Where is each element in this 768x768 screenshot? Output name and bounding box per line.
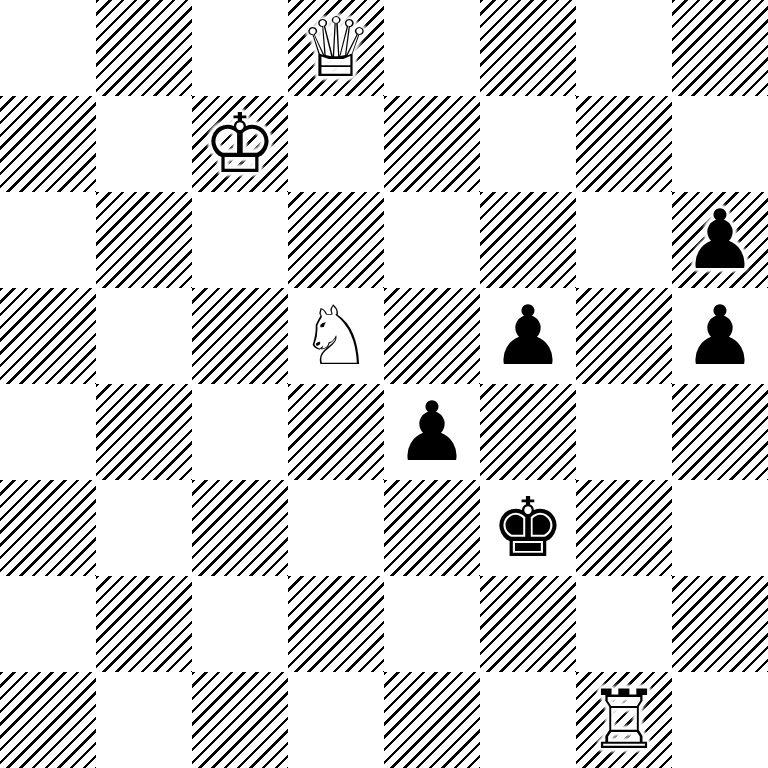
- white-knight-d5[interactable]: ♘: [299, 295, 373, 377]
- square-e4[interactable]: ♟: [384, 384, 480, 480]
- square-g2[interactable]: [576, 576, 672, 672]
- square-c3[interactable]: [192, 480, 288, 576]
- black-pawn-f5[interactable]: ♟: [491, 295, 565, 377]
- square-b8[interactable]: [96, 0, 192, 96]
- square-g1[interactable]: ♖: [576, 672, 672, 768]
- square-h1[interactable]: [672, 672, 768, 768]
- square-h5[interactable]: ♟: [672, 288, 768, 384]
- square-f7[interactable]: [480, 96, 576, 192]
- square-a1[interactable]: [0, 672, 96, 768]
- square-g7[interactable]: [576, 96, 672, 192]
- square-f8[interactable]: [480, 0, 576, 96]
- white-rook-g1[interactable]: ♖: [587, 679, 661, 761]
- square-e8[interactable]: [384, 0, 480, 96]
- square-f6[interactable]: [480, 192, 576, 288]
- square-h4[interactable]: [672, 384, 768, 480]
- black-king-f3[interactable]: ♚: [491, 487, 565, 569]
- square-c2[interactable]: [192, 576, 288, 672]
- square-f1[interactable]: [480, 672, 576, 768]
- square-h7[interactable]: [672, 96, 768, 192]
- square-f4[interactable]: [480, 384, 576, 480]
- square-h3[interactable]: [672, 480, 768, 576]
- square-f2[interactable]: [480, 576, 576, 672]
- black-pawn-e4[interactable]: ♟: [395, 391, 469, 473]
- square-a8[interactable]: [0, 0, 96, 96]
- square-e1[interactable]: [384, 672, 480, 768]
- square-b4[interactable]: [96, 384, 192, 480]
- square-a5[interactable]: [0, 288, 96, 384]
- square-a7[interactable]: [0, 96, 96, 192]
- square-b5[interactable]: [96, 288, 192, 384]
- black-pawn-h5[interactable]: ♟: [683, 295, 757, 377]
- square-d6[interactable]: [288, 192, 384, 288]
- square-d2[interactable]: [288, 576, 384, 672]
- square-e6[interactable]: [384, 192, 480, 288]
- square-d3[interactable]: [288, 480, 384, 576]
- square-d4[interactable]: [288, 384, 384, 480]
- square-e7[interactable]: [384, 96, 480, 192]
- square-e5[interactable]: [384, 288, 480, 384]
- square-g4[interactable]: [576, 384, 672, 480]
- square-g3[interactable]: [576, 480, 672, 576]
- square-a6[interactable]: [0, 192, 96, 288]
- square-c7[interactable]: ♔: [192, 96, 288, 192]
- square-b7[interactable]: [96, 96, 192, 192]
- square-d8[interactable]: ♕: [288, 0, 384, 96]
- square-b3[interactable]: [96, 480, 192, 576]
- square-a4[interactable]: [0, 384, 96, 480]
- square-b1[interactable]: [96, 672, 192, 768]
- square-h8[interactable]: [672, 0, 768, 96]
- square-c6[interactable]: [192, 192, 288, 288]
- square-g5[interactable]: [576, 288, 672, 384]
- square-a3[interactable]: [0, 480, 96, 576]
- square-d7[interactable]: [288, 96, 384, 192]
- square-c8[interactable]: [192, 0, 288, 96]
- square-g6[interactable]: [576, 192, 672, 288]
- white-king-c7[interactable]: ♔: [203, 103, 277, 185]
- square-h2[interactable]: [672, 576, 768, 672]
- square-d5[interactable]: ♘: [288, 288, 384, 384]
- square-a2[interactable]: [0, 576, 96, 672]
- square-d1[interactable]: [288, 672, 384, 768]
- chess-board: ♕♔♟♘♟♟♟♚♖: [0, 0, 768, 768]
- black-pawn-h6[interactable]: ♟: [683, 199, 757, 281]
- square-c5[interactable]: [192, 288, 288, 384]
- square-e3[interactable]: [384, 480, 480, 576]
- square-g8[interactable]: [576, 0, 672, 96]
- square-e2[interactable]: [384, 576, 480, 672]
- square-c1[interactable]: [192, 672, 288, 768]
- square-b2[interactable]: [96, 576, 192, 672]
- square-c4[interactable]: [192, 384, 288, 480]
- white-queen-d8[interactable]: ♕: [299, 7, 373, 89]
- square-b6[interactable]: [96, 192, 192, 288]
- square-h6[interactable]: ♟: [672, 192, 768, 288]
- square-f3[interactable]: ♚: [480, 480, 576, 576]
- square-f5[interactable]: ♟: [480, 288, 576, 384]
